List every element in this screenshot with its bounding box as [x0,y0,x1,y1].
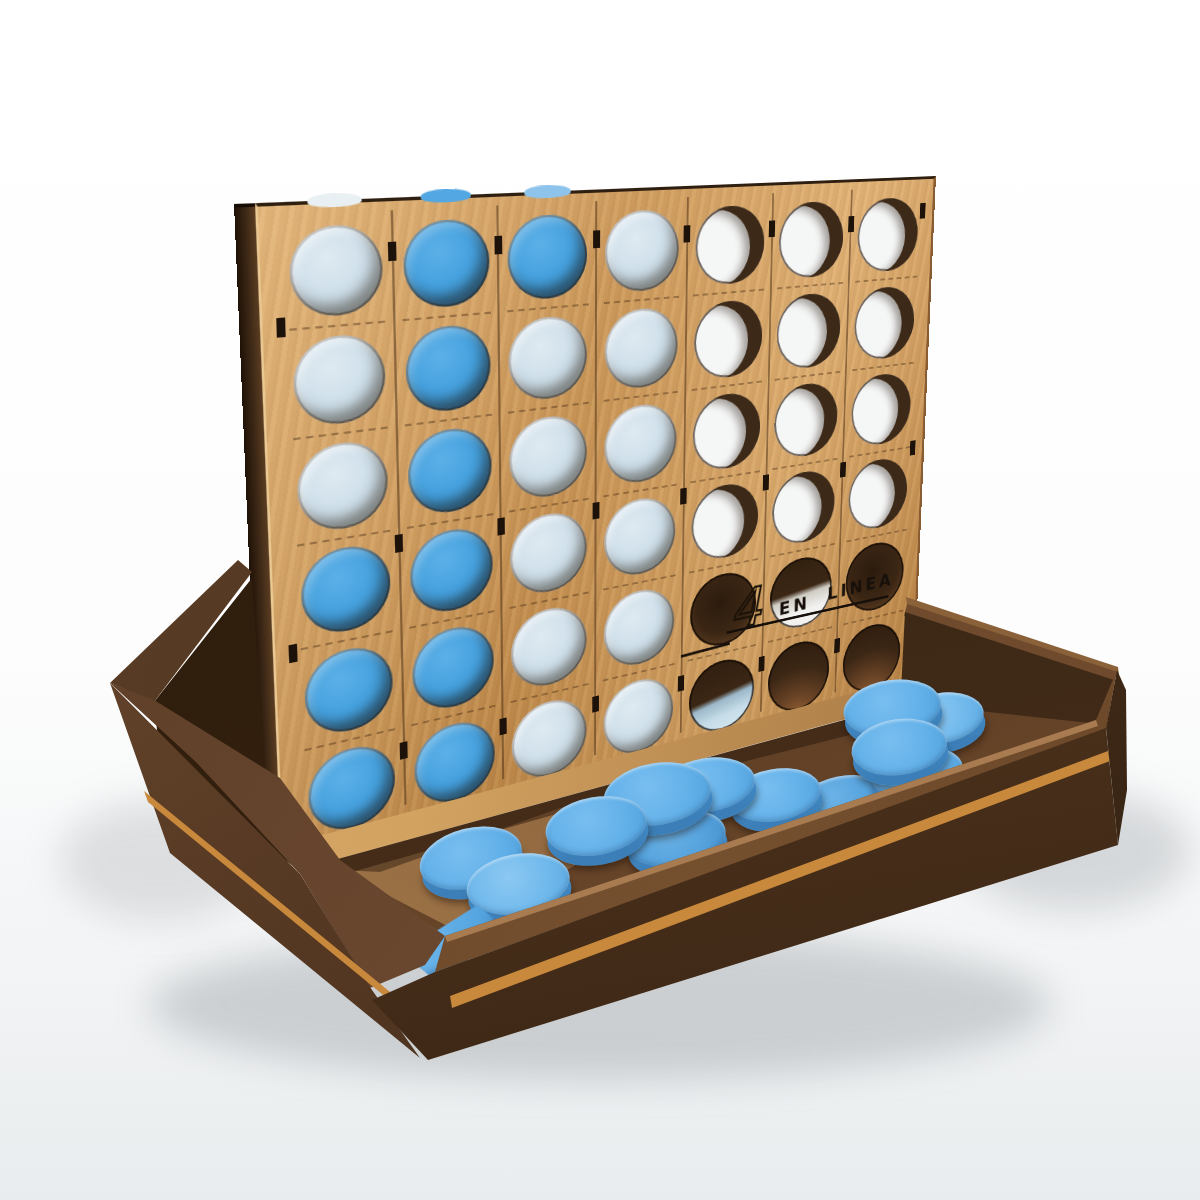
cell-r2c2[interactable] [394,312,500,426]
laser-tick [593,230,600,248]
cell-r2c5[interactable] [685,289,770,391]
laser-tick [388,242,397,262]
cell-r1c7[interactable] [849,188,926,282]
hole-empty [848,455,909,534]
hole-empty [857,197,920,274]
laser-tick [276,318,286,338]
disc-blue [411,620,493,716]
laser-tick [680,488,687,505]
laser-tick [834,638,840,654]
disc-light [604,583,675,672]
cell-r2c6[interactable] [768,282,849,380]
hole-empty [851,371,912,449]
cell-r3c7[interactable] [843,362,919,458]
cell-r3c4[interactable] [596,391,685,498]
laser-tick [400,741,408,760]
disc-light [510,508,587,600]
laser-tick [769,220,776,237]
hole-empty [776,291,841,371]
disc-blue [405,322,491,416]
disc-light [296,437,389,536]
laser-tick [592,695,599,712]
cell-r3c3[interactable] [500,402,596,513]
disc-light [605,305,678,392]
disc-blue [303,640,393,740]
laser-tick [763,474,769,490]
laser-tick [848,216,854,232]
cell-r4c6[interactable] [764,458,843,558]
disc-light [605,208,679,294]
hole-empty [695,204,765,287]
disc-light [604,493,676,581]
cell-r1c4[interactable] [596,199,688,304]
hole-empty [693,298,762,381]
disc-blue [300,540,391,640]
cell-r3c1[interactable] [285,426,399,547]
cell-r1c6[interactable] [771,192,853,289]
disc-light [509,412,587,503]
disc-light [288,223,383,320]
laser-tick [684,225,691,242]
cell-r3c6[interactable] [766,371,846,470]
cell-r3c5[interactable] [684,381,768,484]
disc-light [292,331,386,429]
disc-blue [402,218,489,311]
cell-r4c5[interactable] [683,470,767,574]
laser-tick [395,534,403,553]
cell-r4c4[interactable] [596,483,684,591]
hole-empty [774,380,839,461]
hole-empty [772,467,836,549]
cell-r3c2[interactable] [396,414,500,530]
hole-empty [854,285,916,363]
brand-word-linea: LINEA [827,568,894,604]
peeking-disc-top [420,188,470,203]
laser-tick [497,517,504,535]
peeking-disc-top [525,184,571,199]
laser-tick [592,502,599,520]
cell-r1c2[interactable] [392,208,499,321]
photo-scene: 4 EN LINEA [0,0,1200,1200]
disc-blue [407,424,492,519]
laser-tick [840,462,846,478]
laser-tick [919,203,925,219]
hole-empty [692,390,760,474]
hole-empty [691,479,759,564]
disc-blue [409,523,492,618]
laser-tick [499,717,506,735]
cell-r4c7[interactable] [840,446,915,543]
disc-light [604,400,676,487]
cell-r2c3[interactable] [499,304,596,414]
laser-tick [288,644,297,664]
hole-empty [778,200,844,280]
peeking-disc-top [307,192,362,208]
disc-blue [508,213,588,302]
disc-light [511,601,587,693]
cell-r2c4[interactable] [596,296,686,402]
disc-light [509,313,588,403]
cell-r1c5[interactable] [686,195,772,296]
cell-r2c1[interactable] [280,321,396,440]
laser-tick [759,656,765,672]
laser-tick [678,675,684,692]
cell-r1c3[interactable] [498,203,596,312]
cell-r1c1[interactable] [276,212,394,330]
laser-tick [494,236,502,255]
laser-tick [909,440,915,455]
cell-r2c7[interactable] [846,276,922,371]
